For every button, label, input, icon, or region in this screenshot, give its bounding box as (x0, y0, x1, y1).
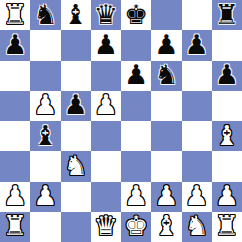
piece-white-pawn[interactable]: ♟ (154, 182, 178, 209)
square-a7[interactable]: ♟ (0, 30, 30, 60)
piece-white-queen[interactable]: ♛ (94, 212, 118, 239)
square-c1[interactable] (61, 212, 91, 242)
square-f2[interactable]: ♟ (151, 182, 181, 212)
square-h6[interactable]: ♟ (212, 61, 242, 91)
square-e2[interactable]: ♟ (121, 182, 151, 212)
piece-black-pawn[interactable]: ♟ (3, 31, 27, 58)
square-h1[interactable]: ♜ (212, 212, 242, 242)
square-g8[interactable] (182, 0, 212, 30)
square-g3[interactable] (182, 151, 212, 181)
piece-white-pawn[interactable]: ♟ (33, 91, 57, 118)
square-d2[interactable] (91, 182, 121, 212)
piece-black-knight[interactable]: ♞ (154, 61, 178, 88)
square-g6[interactable] (182, 61, 212, 91)
piece-black-knight[interactable]: ♞ (33, 1, 57, 28)
square-f5[interactable] (151, 91, 181, 121)
square-g7[interactable]: ♟ (182, 30, 212, 60)
square-c7[interactable] (61, 30, 91, 60)
square-b4[interactable]: ♝ (30, 121, 60, 151)
square-b6[interactable] (30, 61, 60, 91)
square-a2[interactable]: ♟ (0, 182, 30, 212)
piece-black-rook[interactable]: ♜ (215, 1, 239, 28)
square-f8[interactable] (151, 0, 181, 30)
square-a4[interactable] (0, 121, 30, 151)
square-h3[interactable] (212, 151, 242, 181)
square-c4[interactable] (61, 121, 91, 151)
piece-white-knight[interactable]: ♞ (185, 212, 209, 239)
piece-white-pawn[interactable]: ♟ (185, 182, 209, 209)
piece-white-king[interactable]: ♚ (124, 212, 148, 239)
piece-black-pawn[interactable]: ♟ (154, 31, 178, 58)
piece-black-bishop[interactable]: ♝ (33, 122, 57, 149)
piece-white-knight[interactable]: ♞ (64, 152, 88, 179)
square-h8[interactable]: ♜ (212, 0, 242, 30)
square-e3[interactable] (121, 151, 151, 181)
square-e6[interactable]: ♟ (121, 61, 151, 91)
square-d4[interactable] (91, 121, 121, 151)
piece-black-pawn[interactable]: ♟ (94, 31, 118, 58)
square-d6[interactable] (91, 61, 121, 91)
piece-black-king[interactable]: ♚ (124, 1, 148, 28)
square-c8[interactable]: ♝ (61, 0, 91, 30)
piece-black-pawn[interactable]: ♟ (124, 61, 148, 88)
square-f6[interactable]: ♞ (151, 61, 181, 91)
square-h2[interactable]: ♟ (212, 182, 242, 212)
square-g1[interactable]: ♞ (182, 212, 212, 242)
square-c2[interactable] (61, 182, 91, 212)
square-b2[interactable]: ♟ (30, 182, 60, 212)
square-f3[interactable] (151, 151, 181, 181)
square-d5[interactable]: ♟ (91, 91, 121, 121)
square-a1[interactable]: ♜ (0, 212, 30, 242)
square-d1[interactable]: ♛ (91, 212, 121, 242)
piece-white-pawn[interactable]: ♟ (94, 91, 118, 118)
square-e5[interactable] (121, 91, 151, 121)
square-h7[interactable] (212, 30, 242, 60)
piece-white-rook[interactable]: ♜ (3, 212, 27, 239)
square-e1[interactable]: ♚ (121, 212, 151, 242)
square-g4[interactable] (182, 121, 212, 151)
square-d7[interactable]: ♟ (91, 30, 121, 60)
square-b5[interactable]: ♟ (30, 91, 60, 121)
square-f4[interactable] (151, 121, 181, 151)
piece-white-rook[interactable]: ♜ (3, 1, 27, 28)
piece-black-pawn[interactable]: ♟ (215, 61, 239, 88)
square-a8[interactable]: ♜ (0, 0, 30, 30)
piece-black-queen[interactable]: ♛ (94, 1, 118, 28)
square-e4[interactable] (121, 121, 151, 151)
square-c5[interactable]: ♟ (61, 91, 91, 121)
square-d3[interactable] (91, 151, 121, 181)
piece-white-pawn[interactable]: ♟ (215, 182, 239, 209)
square-f7[interactable]: ♟ (151, 30, 181, 60)
square-f1[interactable]: ♝ (151, 212, 181, 242)
chess-board: ♜♞♝♛♚♜♟♟♟♟♟♞♟♟♟♟♝♝♞♟♟♟♟♟♟♜♛♚♝♞♜ (0, 0, 242, 242)
piece-white-bishop[interactable]: ♝ (215, 122, 239, 149)
piece-white-pawn[interactable]: ♟ (124, 182, 148, 209)
square-g5[interactable] (182, 91, 212, 121)
square-c3[interactable]: ♞ (61, 151, 91, 181)
square-h4[interactable]: ♝ (212, 121, 242, 151)
piece-white-rook[interactable]: ♜ (215, 212, 239, 239)
square-b1[interactable] (30, 212, 60, 242)
piece-black-pawn[interactable]: ♟ (185, 31, 209, 58)
piece-white-pawn[interactable]: ♟ (3, 182, 27, 209)
piece-white-pawn[interactable]: ♟ (33, 182, 57, 209)
square-e8[interactable]: ♚ (121, 0, 151, 30)
square-a5[interactable] (0, 91, 30, 121)
square-b8[interactable]: ♞ (30, 0, 60, 30)
square-d8[interactable]: ♛ (91, 0, 121, 30)
square-b7[interactable] (30, 30, 60, 60)
piece-black-bishop[interactable]: ♝ (64, 1, 88, 28)
square-g2[interactable]: ♟ (182, 182, 212, 212)
square-b3[interactable] (30, 151, 60, 181)
square-e7[interactable] (121, 30, 151, 60)
piece-black-pawn[interactable]: ♟ (64, 91, 88, 118)
square-h5[interactable] (212, 91, 242, 121)
square-c6[interactable] (61, 61, 91, 91)
square-a3[interactable] (0, 151, 30, 181)
square-a6[interactable] (0, 61, 30, 91)
piece-white-bishop[interactable]: ♝ (154, 212, 178, 239)
